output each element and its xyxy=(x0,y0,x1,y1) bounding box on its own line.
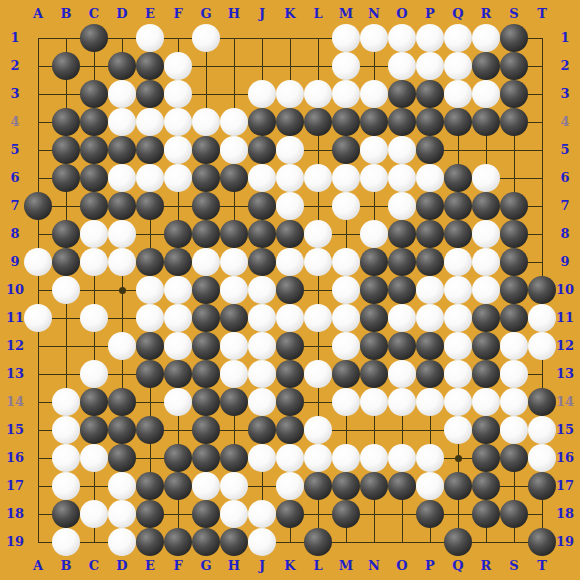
intersection-D1[interactable] xyxy=(108,24,136,52)
white-stone-R10[interactable] xyxy=(472,276,500,304)
white-stone-H17[interactable] xyxy=(220,472,248,500)
black-stone-B5[interactable] xyxy=(52,136,80,164)
black-stone-G18[interactable] xyxy=(192,500,220,528)
white-stone-L15[interactable] xyxy=(304,416,332,444)
intersection-C2[interactable] xyxy=(80,52,108,80)
black-stone-F16[interactable] xyxy=(164,444,192,472)
black-stone-B2[interactable] xyxy=(52,52,80,80)
white-stone-P1[interactable] xyxy=(416,24,444,52)
white-stone-C16[interactable] xyxy=(80,444,108,472)
black-stone-R18[interactable] xyxy=(472,500,500,528)
black-stone-O10[interactable] xyxy=(388,276,416,304)
white-stone-S13[interactable] xyxy=(500,360,528,388)
white-stone-Q11[interactable] xyxy=(444,304,472,332)
black-stone-Q8[interactable] xyxy=(444,220,472,248)
black-stone-B8[interactable] xyxy=(52,220,80,248)
white-stone-H5[interactable] xyxy=(220,136,248,164)
black-stone-M5[interactable] xyxy=(332,136,360,164)
intersection-B7[interactable] xyxy=(52,192,80,220)
black-stone-G6[interactable] xyxy=(192,164,220,192)
white-stone-Q1[interactable] xyxy=(444,24,472,52)
black-stone-E2[interactable] xyxy=(136,52,164,80)
white-stone-E10[interactable] xyxy=(136,276,164,304)
white-stone-J3[interactable] xyxy=(248,80,276,108)
black-stone-K18[interactable] xyxy=(276,500,304,528)
intersection-J1[interactable] xyxy=(248,24,276,52)
white-stone-Q2[interactable] xyxy=(444,52,472,80)
white-stone-D18[interactable] xyxy=(108,500,136,528)
intersection-L12[interactable] xyxy=(304,332,332,360)
black-stone-R17[interactable] xyxy=(472,472,500,500)
black-stone-K8[interactable] xyxy=(276,220,304,248)
white-stone-N8[interactable] xyxy=(360,220,388,248)
white-stone-B15[interactable] xyxy=(52,416,80,444)
white-stone-P16[interactable] xyxy=(416,444,444,472)
white-stone-F11[interactable] xyxy=(164,304,192,332)
intersection-E16[interactable] xyxy=(136,444,164,472)
black-stone-M18[interactable] xyxy=(332,500,360,528)
white-stone-R3[interactable] xyxy=(472,80,500,108)
white-stone-K9[interactable] xyxy=(276,248,304,276)
black-stone-H19[interactable] xyxy=(220,528,248,556)
white-stone-S14[interactable] xyxy=(500,388,528,416)
black-stone-S10[interactable] xyxy=(500,276,528,304)
black-stone-F17[interactable] xyxy=(164,472,192,500)
black-stone-G7[interactable] xyxy=(192,192,220,220)
white-stone-K17[interactable] xyxy=(276,472,304,500)
black-stone-D2[interactable] xyxy=(108,52,136,80)
intersection-K2[interactable] xyxy=(276,52,304,80)
black-stone-G10[interactable] xyxy=(192,276,220,304)
intersection-E14[interactable] xyxy=(136,388,164,416)
white-stone-F3[interactable] xyxy=(164,80,192,108)
black-stone-C14[interactable] xyxy=(80,388,108,416)
black-stone-R13[interactable] xyxy=(472,360,500,388)
intersection-L10[interactable] xyxy=(304,276,332,304)
white-stone-D9[interactable] xyxy=(108,248,136,276)
white-stone-G17[interactable] xyxy=(192,472,220,500)
intersection-B1[interactable] xyxy=(52,24,80,52)
white-stone-P2[interactable] xyxy=(416,52,444,80)
white-stone-P6[interactable] xyxy=(416,164,444,192)
black-stone-B18[interactable] xyxy=(52,500,80,528)
white-stone-J16[interactable] xyxy=(248,444,276,472)
white-stone-S15[interactable] xyxy=(500,416,528,444)
white-stone-D12[interactable] xyxy=(108,332,136,360)
intersection-M15[interactable] xyxy=(332,416,360,444)
intersection-L2[interactable] xyxy=(304,52,332,80)
intersection-N7[interactable] xyxy=(360,192,388,220)
black-stone-G15[interactable] xyxy=(192,416,220,444)
intersection-D10[interactable] xyxy=(108,276,136,304)
black-stone-N12[interactable] xyxy=(360,332,388,360)
black-stone-J15[interactable] xyxy=(248,416,276,444)
intersection-F15[interactable] xyxy=(164,416,192,444)
black-stone-B9[interactable] xyxy=(52,248,80,276)
black-stone-H11[interactable] xyxy=(220,304,248,332)
intersection-H2[interactable] xyxy=(220,52,248,80)
black-stone-S3[interactable] xyxy=(500,80,528,108)
black-stone-J8[interactable] xyxy=(248,220,276,248)
intersection-J17[interactable] xyxy=(248,472,276,500)
white-stone-G1[interactable] xyxy=(192,24,220,52)
black-stone-N17[interactable] xyxy=(360,472,388,500)
white-stone-P17[interactable] xyxy=(416,472,444,500)
white-stone-O14[interactable] xyxy=(388,388,416,416)
white-stone-B14[interactable] xyxy=(52,388,80,416)
black-stone-K12[interactable] xyxy=(276,332,304,360)
black-stone-Q19[interactable] xyxy=(444,528,472,556)
black-stone-D5[interactable] xyxy=(108,136,136,164)
white-stone-D19[interactable] xyxy=(108,528,136,556)
black-stone-Q6[interactable] xyxy=(444,164,472,192)
white-stone-K5[interactable] xyxy=(276,136,304,164)
black-stone-R7[interactable] xyxy=(472,192,500,220)
black-stone-D16[interactable] xyxy=(108,444,136,472)
black-stone-M4[interactable] xyxy=(332,108,360,136)
white-stone-C8[interactable] xyxy=(80,220,108,248)
go-board[interactable]: AABBCCDDEEFFGGHHJJKKLLMMNNOOPPQQRRSSTT11… xyxy=(0,0,580,580)
black-stone-P4[interactable] xyxy=(416,108,444,136)
black-stone-R12[interactable] xyxy=(472,332,500,360)
white-stone-M2[interactable] xyxy=(332,52,360,80)
black-stone-G13[interactable] xyxy=(192,360,220,388)
white-stone-N6[interactable] xyxy=(360,164,388,192)
black-stone-P3[interactable] xyxy=(416,80,444,108)
intersection-O18[interactable] xyxy=(388,500,416,528)
black-stone-G14[interactable] xyxy=(192,388,220,416)
intersection-B11[interactable] xyxy=(52,304,80,332)
white-stone-H12[interactable] xyxy=(220,332,248,360)
intersection-Q16[interactable] xyxy=(444,444,472,472)
white-stone-K3[interactable] xyxy=(276,80,304,108)
white-stone-M6[interactable] xyxy=(332,164,360,192)
intersection-S5[interactable] xyxy=(500,136,528,164)
white-stone-E4[interactable] xyxy=(136,108,164,136)
black-stone-R2[interactable] xyxy=(472,52,500,80)
white-stone-M12[interactable] xyxy=(332,332,360,360)
white-stone-D4[interactable] xyxy=(108,108,136,136)
white-stone-M14[interactable] xyxy=(332,388,360,416)
black-stone-J4[interactable] xyxy=(248,108,276,136)
intersection-L1[interactable] xyxy=(304,24,332,52)
black-stone-P18[interactable] xyxy=(416,500,444,528)
black-stone-M13[interactable] xyxy=(332,360,360,388)
black-stone-K4[interactable] xyxy=(276,108,304,136)
black-stone-S11[interactable] xyxy=(500,304,528,332)
white-stone-R9[interactable] xyxy=(472,248,500,276)
black-stone-G19[interactable] xyxy=(192,528,220,556)
black-stone-H8[interactable] xyxy=(220,220,248,248)
black-stone-D15[interactable] xyxy=(108,416,136,444)
white-stone-B16[interactable] xyxy=(52,444,80,472)
black-stone-B4[interactable] xyxy=(52,108,80,136)
black-stone-O8[interactable] xyxy=(388,220,416,248)
black-stone-F9[interactable] xyxy=(164,248,192,276)
intersection-S6[interactable] xyxy=(500,164,528,192)
black-stone-G16[interactable] xyxy=(192,444,220,472)
white-stone-C18[interactable] xyxy=(80,500,108,528)
white-stone-P10[interactable] xyxy=(416,276,444,304)
black-stone-F19[interactable] xyxy=(164,528,192,556)
intersection-S19[interactable] xyxy=(500,528,528,556)
white-stone-L16[interactable] xyxy=(304,444,332,472)
white-stone-P11[interactable] xyxy=(416,304,444,332)
white-stone-M7[interactable] xyxy=(332,192,360,220)
white-stone-K7[interactable] xyxy=(276,192,304,220)
intersection-C10[interactable] xyxy=(80,276,108,304)
black-stone-P5[interactable] xyxy=(416,136,444,164)
intersection-R19[interactable] xyxy=(472,528,500,556)
white-stone-L3[interactable] xyxy=(304,80,332,108)
white-stone-E1[interactable] xyxy=(136,24,164,52)
black-stone-E5[interactable] xyxy=(136,136,164,164)
intersection-H7[interactable] xyxy=(220,192,248,220)
black-stone-B6[interactable] xyxy=(52,164,80,192)
white-stone-H13[interactable] xyxy=(220,360,248,388)
white-stone-B17[interactable] xyxy=(52,472,80,500)
intersection-K19[interactable] xyxy=(276,528,304,556)
white-stone-J19[interactable] xyxy=(248,528,276,556)
white-stone-F12[interactable] xyxy=(164,332,192,360)
black-stone-N9[interactable] xyxy=(360,248,388,276)
black-stone-N11[interactable] xyxy=(360,304,388,332)
intersection-R5[interactable] xyxy=(472,136,500,164)
black-stone-M17[interactable] xyxy=(332,472,360,500)
white-stone-O13[interactable] xyxy=(388,360,416,388)
white-stone-O2[interactable] xyxy=(388,52,416,80)
white-stone-F2[interactable] xyxy=(164,52,192,80)
white-stone-Q15[interactable] xyxy=(444,416,472,444)
white-stone-J12[interactable] xyxy=(248,332,276,360)
white-stone-B19[interactable] xyxy=(52,528,80,556)
black-stone-Q17[interactable] xyxy=(444,472,472,500)
black-stone-L4[interactable] xyxy=(304,108,332,136)
intersection-J2[interactable] xyxy=(248,52,276,80)
white-stone-E6[interactable] xyxy=(136,164,164,192)
black-stone-E17[interactable] xyxy=(136,472,164,500)
white-stone-D3[interactable] xyxy=(108,80,136,108)
black-stone-D7[interactable] xyxy=(108,192,136,220)
white-stone-O1[interactable] xyxy=(388,24,416,52)
white-stone-H10[interactable] xyxy=(220,276,248,304)
black-stone-P8[interactable] xyxy=(416,220,444,248)
white-stone-R14[interactable] xyxy=(472,388,500,416)
white-stone-H18[interactable] xyxy=(220,500,248,528)
white-stone-J6[interactable] xyxy=(248,164,276,192)
black-stone-O4[interactable] xyxy=(388,108,416,136)
intersection-L14[interactable] xyxy=(304,388,332,416)
white-stone-Q12[interactable] xyxy=(444,332,472,360)
intersection-G2[interactable] xyxy=(192,52,220,80)
white-stone-H9[interactable] xyxy=(220,248,248,276)
black-stone-Q7[interactable] xyxy=(444,192,472,220)
black-stone-P7[interactable] xyxy=(416,192,444,220)
black-stone-S2[interactable] xyxy=(500,52,528,80)
white-stone-N14[interactable] xyxy=(360,388,388,416)
intersection-H3[interactable] xyxy=(220,80,248,108)
black-stone-H6[interactable] xyxy=(220,164,248,192)
intersection-C19[interactable] xyxy=(80,528,108,556)
white-stone-H4[interactable] xyxy=(220,108,248,136)
white-stone-O5[interactable] xyxy=(388,136,416,164)
white-stone-K6[interactable] xyxy=(276,164,304,192)
white-stone-R8[interactable] xyxy=(472,220,500,248)
intersection-K1[interactable] xyxy=(276,24,304,52)
intersection-H1[interactable] xyxy=(220,24,248,52)
white-stone-J13[interactable] xyxy=(248,360,276,388)
black-stone-R4[interactable] xyxy=(472,108,500,136)
white-stone-R6[interactable] xyxy=(472,164,500,192)
intersection-B12[interactable] xyxy=(52,332,80,360)
black-stone-E3[interactable] xyxy=(136,80,164,108)
black-stone-J9[interactable] xyxy=(248,248,276,276)
white-stone-G9[interactable] xyxy=(192,248,220,276)
white-stone-G4[interactable] xyxy=(192,108,220,136)
intersection-O15[interactable] xyxy=(388,416,416,444)
intersection-N18[interactable] xyxy=(360,500,388,528)
black-stone-L19[interactable] xyxy=(304,528,332,556)
black-stone-E18[interactable] xyxy=(136,500,164,528)
black-stone-C6[interactable] xyxy=(80,164,108,192)
white-stone-O16[interactable] xyxy=(388,444,416,472)
intersection-B13[interactable] xyxy=(52,360,80,388)
black-stone-R11[interactable] xyxy=(472,304,500,332)
black-stone-E19[interactable] xyxy=(136,528,164,556)
intersection-C12[interactable] xyxy=(80,332,108,360)
intersection-Q18[interactable] xyxy=(444,500,472,528)
white-stone-L9[interactable] xyxy=(304,248,332,276)
black-stone-R16[interactable] xyxy=(472,444,500,472)
intersection-M8[interactable] xyxy=(332,220,360,248)
intersection-C17[interactable] xyxy=(80,472,108,500)
intersection-N15[interactable] xyxy=(360,416,388,444)
intersection-S17[interactable] xyxy=(500,472,528,500)
white-stone-C13[interactable] xyxy=(80,360,108,388)
white-stone-F5[interactable] xyxy=(164,136,192,164)
intersection-F18[interactable] xyxy=(164,500,192,528)
white-stone-N5[interactable] xyxy=(360,136,388,164)
black-stone-G5[interactable] xyxy=(192,136,220,164)
white-stone-J18[interactable] xyxy=(248,500,276,528)
black-stone-K13[interactable] xyxy=(276,360,304,388)
white-stone-Q13[interactable] xyxy=(444,360,472,388)
white-stone-F6[interactable] xyxy=(164,164,192,192)
black-stone-O12[interactable] xyxy=(388,332,416,360)
white-stone-R1[interactable] xyxy=(472,24,500,52)
black-stone-S8[interactable] xyxy=(500,220,528,248)
black-stone-R15[interactable] xyxy=(472,416,500,444)
white-stone-P14[interactable] xyxy=(416,388,444,416)
white-stone-J14[interactable] xyxy=(248,388,276,416)
intersection-B3[interactable] xyxy=(52,80,80,108)
black-stone-P13[interactable] xyxy=(416,360,444,388)
white-stone-M10[interactable] xyxy=(332,276,360,304)
black-stone-K15[interactable] xyxy=(276,416,304,444)
intersection-F1[interactable] xyxy=(164,24,192,52)
intersection-E8[interactable] xyxy=(136,220,164,248)
black-stone-K14[interactable] xyxy=(276,388,304,416)
white-stone-S12[interactable] xyxy=(500,332,528,360)
black-stone-E12[interactable] xyxy=(136,332,164,360)
white-stone-D6[interactable] xyxy=(108,164,136,192)
intersection-P19[interactable] xyxy=(416,528,444,556)
white-stone-B10[interactable] xyxy=(52,276,80,304)
white-stone-K16[interactable] xyxy=(276,444,304,472)
white-stone-Q9[interactable] xyxy=(444,248,472,276)
black-stone-C4[interactable] xyxy=(80,108,108,136)
black-stone-N10[interactable] xyxy=(360,276,388,304)
black-stone-E13[interactable] xyxy=(136,360,164,388)
intersection-H15[interactable] xyxy=(220,416,248,444)
white-stone-F14[interactable] xyxy=(164,388,192,416)
black-stone-E9[interactable] xyxy=(136,248,164,276)
black-stone-N4[interactable] xyxy=(360,108,388,136)
white-stone-D8[interactable] xyxy=(108,220,136,248)
black-stone-K10[interactable] xyxy=(276,276,304,304)
intersection-Q5[interactable] xyxy=(444,136,472,164)
white-stone-L13[interactable] xyxy=(304,360,332,388)
white-stone-M9[interactable] xyxy=(332,248,360,276)
white-stone-M11[interactable] xyxy=(332,304,360,332)
white-stone-L11[interactable] xyxy=(304,304,332,332)
white-stone-M3[interactable] xyxy=(332,80,360,108)
black-stone-G8[interactable] xyxy=(192,220,220,248)
black-stone-H14[interactable] xyxy=(220,388,248,416)
black-stone-L17[interactable] xyxy=(304,472,332,500)
intersection-G3[interactable] xyxy=(192,80,220,108)
black-stone-E15[interactable] xyxy=(136,416,164,444)
white-stone-N3[interactable] xyxy=(360,80,388,108)
intersection-D11[interactable] xyxy=(108,304,136,332)
white-stone-M16[interactable] xyxy=(332,444,360,472)
black-stone-E7[interactable] xyxy=(136,192,164,220)
black-stone-S18[interactable] xyxy=(500,500,528,528)
black-stone-D14[interactable] xyxy=(108,388,136,416)
intersection-L7[interactable] xyxy=(304,192,332,220)
intersection-M19[interactable] xyxy=(332,528,360,556)
black-stone-P9[interactable] xyxy=(416,248,444,276)
black-stone-P12[interactable] xyxy=(416,332,444,360)
white-stone-C9[interactable] xyxy=(80,248,108,276)
intersection-L5[interactable] xyxy=(304,136,332,164)
black-stone-C5[interactable] xyxy=(80,136,108,164)
black-stone-F8[interactable] xyxy=(164,220,192,248)
black-stone-C7[interactable] xyxy=(80,192,108,220)
white-stone-F4[interactable] xyxy=(164,108,192,136)
white-stone-J10[interactable] xyxy=(248,276,276,304)
intersection-P15[interactable] xyxy=(416,416,444,444)
white-stone-O6[interactable] xyxy=(388,164,416,192)
white-stone-N1[interactable] xyxy=(360,24,388,52)
black-stone-S4[interactable] xyxy=(500,108,528,136)
intersection-N19[interactable] xyxy=(360,528,388,556)
white-stone-L6[interactable] xyxy=(304,164,332,192)
white-stone-L8[interactable] xyxy=(304,220,332,248)
black-stone-H16[interactable] xyxy=(220,444,248,472)
white-stone-O7[interactable] xyxy=(388,192,416,220)
white-stone-Q10[interactable] xyxy=(444,276,472,304)
white-stone-F10[interactable] xyxy=(164,276,192,304)
black-stone-C3[interactable] xyxy=(80,80,108,108)
intersection-N2[interactable] xyxy=(360,52,388,80)
black-stone-J7[interactable] xyxy=(248,192,276,220)
intersection-D13[interactable] xyxy=(108,360,136,388)
white-stone-Q3[interactable] xyxy=(444,80,472,108)
black-stone-N13[interactable] xyxy=(360,360,388,388)
black-stone-Q4[interactable] xyxy=(444,108,472,136)
black-stone-G12[interactable] xyxy=(192,332,220,360)
